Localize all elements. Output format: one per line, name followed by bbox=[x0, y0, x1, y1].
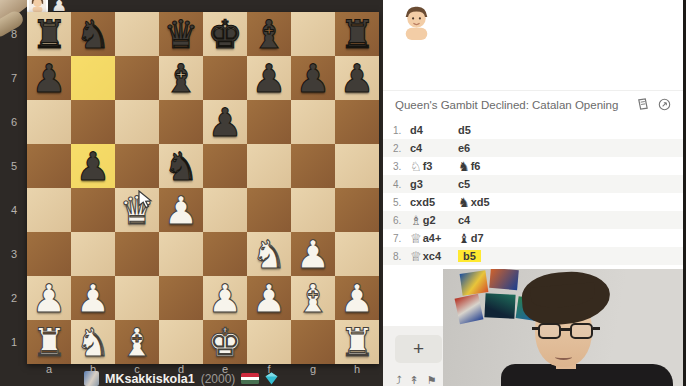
square-g4[interactable] bbox=[291, 188, 335, 232]
move-san: f3 bbox=[423, 160, 433, 172]
square-a8[interactable]: ♜ bbox=[27, 12, 71, 56]
wall-art bbox=[484, 293, 515, 319]
move-number: 6. bbox=[393, 215, 410, 226]
cartoon-man-avatar bbox=[29, 0, 46, 12]
black-rook-a8[interactable]: ♜ bbox=[27, 12, 71, 56]
move-list: 1.d4d52.c4e63.♘f3♞f64.g3c55.cxd5♞xd56.♗g… bbox=[383, 121, 683, 265]
white-pawn-f2[interactable]: ♟ bbox=[247, 276, 291, 320]
square-d4[interactable]: ♟ bbox=[159, 188, 203, 232]
move-san: d4 bbox=[410, 124, 423, 136]
black-move-cell[interactable]: ♞xd5 bbox=[458, 195, 490, 210]
black-knight-icon: ♞ bbox=[458, 159, 470, 174]
square-d3[interactable] bbox=[159, 232, 203, 276]
current-move: b5 bbox=[458, 250, 481, 262]
square-a6[interactable] bbox=[27, 100, 71, 144]
rank-label-8: 8 bbox=[0, 12, 23, 56]
square-c1[interactable]: ♝ bbox=[115, 320, 159, 364]
white-pawn-h2[interactable]: ♟ bbox=[335, 276, 379, 320]
white-rook-h1[interactable]: ♜ bbox=[335, 320, 379, 364]
black-pawn-f7[interactable]: ♟ bbox=[247, 56, 291, 100]
square-f8[interactable]: ♝ bbox=[247, 12, 291, 56]
white-move-cell[interactable]: c4 bbox=[410, 142, 458, 154]
square-b3[interactable] bbox=[71, 232, 115, 276]
bottom-player-avatar[interactable] bbox=[84, 371, 99, 386]
white-move-cell[interactable]: ♗g2 bbox=[410, 213, 458, 228]
file-label-h: h bbox=[335, 363, 379, 375]
move-san: xd5 bbox=[471, 196, 490, 208]
white-move-cell[interactable]: ♘f3 bbox=[410, 159, 458, 174]
square-e2[interactable]: ♟ bbox=[203, 276, 247, 320]
move-san: c5 bbox=[458, 178, 470, 190]
white-pawn-d4[interactable]: ♟ bbox=[159, 188, 203, 232]
move-san: d5 bbox=[458, 124, 471, 136]
square-e5[interactable] bbox=[203, 144, 247, 188]
move-number: 2. bbox=[393, 143, 410, 154]
explorer-icon[interactable] bbox=[658, 98, 671, 111]
square-e8[interactable]: ♚ bbox=[203, 12, 247, 56]
square-g7[interactable]: ♟ bbox=[291, 56, 335, 100]
black-move-cell[interactable]: c5 bbox=[458, 178, 470, 190]
square-d8[interactable]: ♛ bbox=[159, 12, 203, 56]
square-f2[interactable]: ♟ bbox=[247, 276, 291, 320]
hungary-flag bbox=[241, 373, 259, 384]
square-h6[interactable] bbox=[335, 100, 379, 144]
white-rook-a1[interactable]: ♜ bbox=[27, 320, 71, 364]
black-bishop-icon: ♝ bbox=[458, 231, 470, 246]
square-h2[interactable]: ♟ bbox=[335, 276, 379, 320]
square-b5[interactable]: ♟ bbox=[71, 144, 115, 188]
square-f4[interactable] bbox=[247, 188, 291, 232]
move-number: 1. bbox=[393, 125, 410, 136]
square-f3[interactable]: ♞ bbox=[247, 232, 291, 276]
square-g1[interactable] bbox=[291, 320, 335, 364]
black-knight-d5[interactable]: ♞ bbox=[159, 144, 203, 188]
square-f7[interactable]: ♟ bbox=[247, 56, 291, 100]
opening-header: Queen's Gambit Declined: Catalan Opening bbox=[383, 90, 683, 118]
move-number: 3. bbox=[393, 161, 410, 172]
square-c6[interactable] bbox=[115, 100, 159, 144]
black-bishop-f8[interactable]: ♝ bbox=[247, 12, 291, 56]
webcam-person-mouth bbox=[555, 354, 572, 360]
square-b2[interactable]: ♟ bbox=[71, 276, 115, 320]
square-h8[interactable]: ♜ bbox=[335, 12, 379, 56]
square-e4[interactable] bbox=[203, 188, 247, 232]
black-move-cell[interactable]: ♝d7 bbox=[458, 231, 484, 246]
black-move-cell[interactable]: c4 bbox=[458, 214, 470, 226]
white-pawn-g3[interactable]: ♟ bbox=[291, 232, 335, 276]
rank-label-6: 6 bbox=[0, 100, 23, 144]
square-e3[interactable] bbox=[203, 232, 247, 276]
square-a7[interactable]: ♟ bbox=[27, 56, 71, 100]
square-b1[interactable]: ♞ bbox=[71, 320, 115, 364]
stream-frame: ♟ 87654321 ♜♞♛♚♝♜♟♝♟♟♟♟♟♞♛♟♞♟♟♟♟♟♝♟♜♞♝♚♜… bbox=[0, 0, 686, 386]
move-san: d7 bbox=[471, 232, 484, 244]
square-d1[interactable] bbox=[159, 320, 203, 364]
white-move-cell[interactable]: g3 bbox=[410, 178, 458, 190]
black-move-cell[interactable]: e6 bbox=[458, 142, 470, 154]
white-knight-icon: ♘ bbox=[410, 159, 422, 174]
black-knight-b8[interactable]: ♞ bbox=[71, 12, 115, 56]
move-san: e6 bbox=[458, 142, 470, 154]
white-move-cell[interactable]: d4 bbox=[410, 124, 458, 136]
black-move-cell[interactable]: d5 bbox=[458, 124, 471, 136]
panel-avatar[interactable] bbox=[398, 3, 435, 40]
wall-art bbox=[489, 269, 519, 290]
square-a3[interactable] bbox=[27, 232, 71, 276]
square-b8[interactable]: ♞ bbox=[71, 12, 115, 56]
square-g2[interactable]: ♝ bbox=[291, 276, 335, 320]
openings-book-icon[interactable] bbox=[636, 98, 649, 111]
black-pawn-b5[interactable]: ♟ bbox=[71, 144, 115, 188]
square-h7[interactable]: ♟ bbox=[335, 56, 379, 100]
square-f5[interactable] bbox=[247, 144, 291, 188]
bottom-player-name[interactable]: MKsakkiskola1 bbox=[105, 372, 195, 386]
rank-label-5: 5 bbox=[0, 144, 23, 188]
black-bishop-d7[interactable]: ♝ bbox=[159, 56, 203, 100]
mouse-cursor bbox=[138, 190, 153, 213]
move-san: c4 bbox=[458, 214, 470, 226]
move-san: a4+ bbox=[423, 232, 442, 244]
square-g5[interactable] bbox=[291, 144, 335, 188]
move-san: g2 bbox=[423, 214, 436, 226]
webcam-person-jacket bbox=[501, 364, 673, 386]
move-row-4: 4.g3c5 bbox=[383, 175, 683, 193]
rank-label-3: 3 bbox=[0, 232, 23, 276]
black-move-cell[interactable]: ♞f6 bbox=[458, 159, 480, 174]
move-row-1: 1.d4d5 bbox=[383, 121, 683, 139]
white-knight-f3[interactable]: ♞ bbox=[247, 232, 291, 276]
rank-label-2: 2 bbox=[0, 276, 23, 320]
square-d7[interactable]: ♝ bbox=[159, 56, 203, 100]
rank-label-7: 7 bbox=[0, 56, 23, 100]
square-h4[interactable] bbox=[335, 188, 379, 232]
white-move-cell[interactable]: ♕xc4 bbox=[410, 249, 458, 264]
white-queen-icon: ♕ bbox=[410, 231, 422, 246]
black-pawn-a7[interactable]: ♟ bbox=[27, 56, 71, 100]
opening-name[interactable]: Queen's Gambit Declined: Catalan Opening bbox=[395, 99, 618, 111]
rank-label-1: 1 bbox=[0, 320, 23, 364]
move-number: 7. bbox=[393, 233, 410, 244]
wall-art bbox=[455, 294, 484, 324]
move-number: 5. bbox=[393, 197, 410, 208]
square-e1[interactable]: ♚ bbox=[203, 320, 247, 364]
diamond-icon bbox=[265, 372, 278, 385]
wall-art bbox=[460, 270, 489, 295]
file-label-g: g bbox=[291, 363, 335, 375]
square-g6[interactable] bbox=[291, 100, 335, 144]
square-d6[interactable] bbox=[159, 100, 203, 144]
square-h3[interactable] bbox=[335, 232, 379, 276]
black-move-cell[interactable]: b5 bbox=[458, 250, 481, 262]
square-c7[interactable] bbox=[115, 56, 159, 100]
square-b4[interactable] bbox=[71, 188, 115, 232]
add-button[interactable]: + bbox=[395, 335, 442, 363]
white-bishop-g2[interactable]: ♝ bbox=[291, 276, 335, 320]
square-b7[interactable] bbox=[71, 56, 115, 100]
square-g3[interactable]: ♟ bbox=[291, 232, 335, 276]
white-knight-b1[interactable]: ♞ bbox=[71, 320, 115, 364]
flag-icon[interactable]: ⚑ bbox=[427, 374, 437, 386]
white-king-e1[interactable]: ♚ bbox=[203, 320, 247, 364]
glasses-temple-right bbox=[593, 327, 600, 330]
white-bishop-c1[interactable]: ♝ bbox=[115, 320, 159, 364]
glasses-right-lens bbox=[570, 323, 593, 339]
bottom-player-bar: MKsakkiskola1 (2000) bbox=[84, 371, 278, 386]
square-c5[interactable] bbox=[115, 144, 159, 188]
white-pawn-e2[interactable]: ♟ bbox=[203, 276, 247, 320]
square-f6[interactable] bbox=[247, 100, 291, 144]
square-c3[interactable] bbox=[115, 232, 159, 276]
white-move-cell[interactable]: cxd5 bbox=[410, 196, 458, 208]
square-g8[interactable] bbox=[291, 12, 335, 56]
square-a4[interactable] bbox=[27, 188, 71, 232]
move-row-2: 2.c4e6 bbox=[383, 139, 683, 157]
move-san: xc4 bbox=[423, 250, 441, 262]
square-a1[interactable]: ♜ bbox=[27, 320, 71, 364]
square-c2[interactable] bbox=[115, 276, 159, 320]
square-e6[interactable]: ♟ bbox=[203, 100, 247, 144]
cartoon-man-avatar bbox=[398, 3, 435, 40]
square-a5[interactable] bbox=[27, 144, 71, 188]
square-c8[interactable] bbox=[115, 12, 159, 56]
square-h1[interactable]: ♜ bbox=[335, 320, 379, 364]
square-h5[interactable] bbox=[335, 144, 379, 188]
move-san: g3 bbox=[410, 178, 423, 190]
move-number: 4. bbox=[393, 179, 410, 190]
black-rook-h8[interactable]: ♜ bbox=[335, 12, 379, 56]
glasses-bridge bbox=[561, 328, 570, 331]
share-icon[interactable]: ⤴ bbox=[396, 374, 402, 386]
white-pawn-b2[interactable]: ♟ bbox=[71, 276, 115, 320]
square-d5[interactable]: ♞ bbox=[159, 144, 203, 188]
black-king-e8[interactable]: ♚ bbox=[203, 12, 247, 56]
chess-board[interactable]: ♜♞♛♚♝♜♟♝♟♟♟♟♟♞♛♟♞♟♟♟♟♟♝♟♜♞♝♚♜ bbox=[27, 12, 379, 364]
move-row-8: 8.♕xc4b5 bbox=[383, 247, 683, 265]
move-row-3: 3.♘f3♞f6 bbox=[383, 157, 683, 175]
black-knight-icon: ♞ bbox=[458, 195, 470, 210]
square-b6[interactable] bbox=[71, 100, 115, 144]
rank-label-4: 4 bbox=[0, 188, 23, 232]
black-pawn-h7[interactable]: ♟ bbox=[335, 56, 379, 100]
white-queen-icon: ♕ bbox=[410, 249, 422, 264]
black-pawn-g7[interactable]: ♟ bbox=[291, 56, 335, 100]
white-bishop-icon: ♗ bbox=[410, 213, 422, 228]
glasses-temple-left bbox=[532, 327, 539, 330]
black-pawn-e6[interactable]: ♟ bbox=[203, 100, 247, 144]
white-move-cell[interactable]: ♕a4+ bbox=[410, 231, 458, 246]
move-number: 8. bbox=[393, 251, 410, 262]
glasses-left-lens bbox=[538, 323, 561, 339]
move-san: f6 bbox=[471, 160, 481, 172]
square-e7[interactable] bbox=[203, 56, 247, 100]
move-row-7: 7.♕a4+♝d7 bbox=[383, 229, 683, 247]
move-san: cxd5 bbox=[410, 196, 435, 208]
square-d2[interactable] bbox=[159, 276, 203, 320]
rank-labels: 87654321 bbox=[0, 12, 23, 364]
arrow-up-icon[interactable]: ↟ bbox=[410, 374, 419, 386]
move-row-6: 6.♗g2c4 bbox=[383, 211, 683, 229]
toolbar-icons: ⤴↟⚑ bbox=[396, 374, 437, 386]
square-a2[interactable]: ♟ bbox=[27, 276, 71, 320]
white-pawn-a2[interactable]: ♟ bbox=[27, 276, 71, 320]
webcam-overlay bbox=[443, 269, 686, 386]
move-row-5: 5.cxd5♞xd5 bbox=[383, 193, 683, 211]
bottom-player-rating: (2000) bbox=[201, 372, 236, 386]
black-queen-d8[interactable]: ♛ bbox=[159, 12, 203, 56]
file-label-a: a bbox=[27, 363, 71, 375]
move-san: c4 bbox=[410, 142, 422, 154]
square-f1[interactable] bbox=[247, 320, 291, 364]
